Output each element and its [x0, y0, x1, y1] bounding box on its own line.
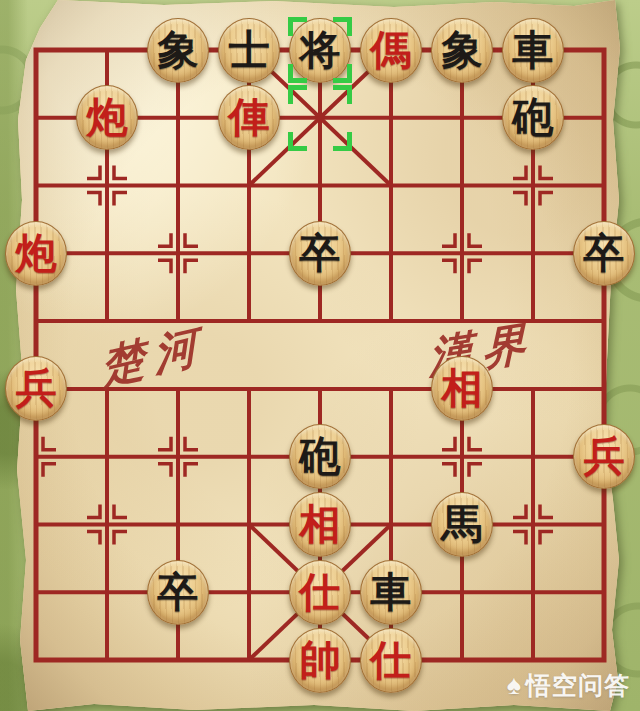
piece-red-chariot-d1[interactable]: 俥 [218, 85, 280, 150]
xiangqi-screenshot: 楚河 漢界 象士将傌象車炮俥砲炮卒卒兵相砲兵相馬卒仕車帥仕 ♠ 悟空问答 [0, 0, 640, 711]
piece-red-advisor-f9[interactable]: 仕 [360, 628, 422, 693]
piece-black-soldier-i3[interactable]: 卒 [573, 221, 635, 286]
piece-black-cannon-h1[interactable]: 砲 [502, 85, 564, 150]
piece-black-soldier-c8[interactable]: 卒 [147, 560, 209, 625]
piece-black-cannon-e6[interactable]: 砲 [289, 424, 351, 489]
piece-black-chariot-h0[interactable]: 車 [502, 18, 564, 83]
piece-black-elephant-g0[interactable]: 象 [431, 18, 493, 83]
piece-black-horse-g7[interactable]: 馬 [431, 492, 493, 557]
piece-red-general-e9[interactable]: 帥 [289, 628, 351, 693]
piece-red-cannon-b1[interactable]: 炮 [76, 85, 138, 150]
piece-black-soldier-e3[interactable]: 卒 [289, 221, 351, 286]
piece-red-elephant-g5[interactable]: 相 [431, 356, 493, 421]
piece-black-elephant-c0[interactable]: 象 [147, 18, 209, 83]
piece-red-cannon-a3[interactable]: 炮 [5, 221, 67, 286]
piece-black-chariot-f8[interactable]: 車 [360, 560, 422, 625]
piece-red-soldier-a5[interactable]: 兵 [5, 356, 67, 421]
piece-red-elephant-e7[interactable]: 相 [289, 492, 351, 557]
piece-red-advisor-e8[interactable]: 仕 [289, 560, 351, 625]
piece-black-advisor-d0[interactable]: 士 [218, 18, 280, 83]
piece-red-horse-f0[interactable]: 傌 [360, 18, 422, 83]
piece-black-general-e0[interactable]: 将 [289, 18, 351, 83]
piece-red-soldier-i6[interactable]: 兵 [573, 424, 635, 489]
